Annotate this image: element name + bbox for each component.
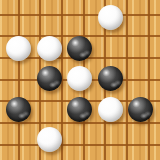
grid-line-horizontal — [0, 14, 160, 16]
go-stone-black[interactable] — [6, 97, 31, 122]
go-stone-black[interactable] — [128, 97, 153, 122]
go-stone-black[interactable] — [67, 97, 92, 122]
grid-line-horizontal — [0, 144, 160, 146]
grid-line-vertical — [126, 0, 128, 160]
go-stone-white[interactable] — [6, 36, 31, 61]
go-stone-black[interactable] — [37, 66, 62, 91]
go-stone-white[interactable] — [98, 97, 123, 122]
go-stone-white[interactable] — [98, 5, 123, 30]
go-stone-white[interactable] — [37, 36, 62, 61]
go-stone-white[interactable] — [37, 127, 62, 152]
go-stone-white[interactable] — [67, 66, 92, 91]
go-board[interactable] — [0, 0, 160, 160]
grid-line-horizontal — [0, 122, 160, 124]
grid-line-vertical — [148, 0, 150, 160]
go-stone-black[interactable] — [98, 66, 123, 91]
go-stone-black[interactable] — [67, 36, 92, 61]
